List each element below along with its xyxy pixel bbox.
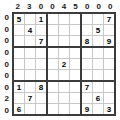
- cell-r7c4[interactable]: [48, 82, 58, 92]
- cell-r7c3[interactable]: 8: [36, 82, 46, 92]
- cell-r1c5[interactable]: [59, 14, 69, 24]
- top-clue-5: 4: [58, 0, 70, 12]
- cell-r9c7[interactable]: 9: [82, 104, 92, 114]
- left-clues-column: 0 0 0 0 0 0 0 2 0: [0, 12, 12, 116]
- cell-r4c7[interactable]: [82, 48, 92, 58]
- cell-r3c1[interactable]: [14, 36, 24, 46]
- cell-r1c8[interactable]: [93, 14, 103, 24]
- box-r1c3: 7 5 8 9: [81, 13, 115, 47]
- cell-r9c3[interactable]: [36, 104, 46, 114]
- cell-r9c8[interactable]: [93, 104, 103, 114]
- cell-r5c1[interactable]: [14, 59, 24, 69]
- top-clue-6: 5: [70, 0, 82, 12]
- puzzle-layout: 2 3 0 0 4 5 0 0 0 0 0 0 0 0 0 0 2 0 5 1: [0, 0, 120, 116]
- cell-r8c1[interactable]: [14, 93, 24, 103]
- cell-r4c9[interactable]: [104, 48, 114, 58]
- box-r3c2: [47, 81, 81, 115]
- cell-r6c5[interactable]: [59, 70, 69, 80]
- left-clue-6: 0: [0, 70, 12, 82]
- cell-r2c8[interactable]: 5: [93, 25, 103, 35]
- top-clues-row: 2 3 0 0 4 5 0 0 0: [12, 0, 116, 12]
- cell-r9c5[interactable]: [59, 104, 69, 114]
- top-clue-9: 0: [105, 0, 117, 12]
- cell-r9c4[interactable]: [48, 104, 58, 114]
- cell-r2c1[interactable]: [14, 25, 24, 35]
- cell-r6c3[interactable]: [36, 70, 46, 80]
- cell-r6c4[interactable]: [48, 70, 58, 80]
- cell-r8c4[interactable]: [48, 93, 58, 103]
- cell-r3c3[interactable]: 7: [36, 36, 46, 46]
- cell-r1c3[interactable]: 1: [36, 14, 46, 24]
- top-clue-4: 0: [47, 0, 59, 12]
- box-r2c1: [13, 47, 47, 81]
- cell-r9c2[interactable]: [25, 104, 35, 114]
- cell-r1c1[interactable]: 5: [14, 14, 24, 24]
- box-r2c3: [81, 47, 115, 81]
- cell-r5c8[interactable]: [93, 59, 103, 69]
- cell-r6c2[interactable]: [25, 70, 35, 80]
- box-r2c2: 2: [47, 47, 81, 81]
- cell-r3c6[interactable]: [70, 36, 80, 46]
- cell-r1c2[interactable]: [25, 14, 35, 24]
- left-clue-2: 0: [0, 24, 12, 36]
- cell-r4c8[interactable]: [93, 48, 103, 58]
- cell-r4c6[interactable]: [70, 48, 80, 58]
- cell-r1c7[interactable]: [82, 14, 92, 24]
- cell-r2c4[interactable]: [48, 25, 58, 35]
- left-clue-9: 0: [0, 105, 12, 117]
- cell-r8c3[interactable]: [36, 93, 46, 103]
- cell-r5c6[interactable]: [70, 59, 80, 69]
- top-clue-7: 0: [81, 0, 93, 12]
- cell-r2c5[interactable]: [59, 25, 69, 35]
- cell-r7c7[interactable]: 7: [82, 82, 92, 92]
- cell-r3c7[interactable]: 8: [82, 36, 92, 46]
- cell-r2c7[interactable]: [82, 25, 92, 35]
- cell-r4c3[interactable]: [36, 48, 46, 58]
- cell-r6c8[interactable]: [93, 70, 103, 80]
- box-r1c2: [47, 13, 81, 47]
- cell-r9c6[interactable]: [70, 104, 80, 114]
- sudoku-board: 5 1 4 7: [12, 12, 116, 116]
- cell-r2c9[interactable]: [104, 25, 114, 35]
- cell-r8c9[interactable]: [104, 93, 114, 103]
- cell-r6c7[interactable]: [82, 70, 92, 80]
- left-clue-5: 0: [0, 58, 12, 70]
- cell-r8c7[interactable]: [82, 93, 92, 103]
- cell-r3c9[interactable]: 9: [104, 36, 114, 46]
- cell-r7c6[interactable]: [70, 82, 80, 92]
- box-r3c1: 1 8 7 6: [13, 81, 47, 115]
- cell-r2c3[interactable]: [36, 25, 46, 35]
- cell-r9c9[interactable]: 3: [104, 104, 114, 114]
- left-clue-1: 0: [0, 12, 12, 24]
- cell-r3c5[interactable]: [59, 36, 69, 46]
- cell-r4c2[interactable]: [25, 48, 35, 58]
- cell-r7c2[interactable]: [25, 82, 35, 92]
- left-clue-7: 0: [0, 81, 12, 93]
- cell-r6c9[interactable]: [104, 70, 114, 80]
- cell-r3c2[interactable]: [25, 36, 35, 46]
- cell-r5c7[interactable]: [82, 59, 92, 69]
- cell-r3c8[interactable]: [93, 36, 103, 46]
- left-clue-4: 0: [0, 47, 12, 59]
- box-r1c1: 5 1 4 7: [13, 13, 47, 47]
- top-clue-2: 3: [24, 0, 36, 12]
- cell-r4c5[interactable]: [59, 48, 69, 58]
- cell-r7c9[interactable]: [104, 82, 114, 92]
- cell-r8c5[interactable]: [59, 93, 69, 103]
- cell-r9c1[interactable]: 6: [14, 104, 24, 114]
- cell-r3c4[interactable]: [48, 36, 58, 46]
- cell-r8c6[interactable]: [70, 93, 80, 103]
- cell-r2c6[interactable]: [70, 25, 80, 35]
- cell-r5c3[interactable]: [36, 59, 46, 69]
- cell-r7c8[interactable]: [93, 82, 103, 92]
- cell-r2c2[interactable]: 4: [25, 25, 35, 35]
- cell-r7c1[interactable]: 1: [14, 82, 24, 92]
- corner-spacer: [0, 0, 12, 12]
- cell-r5c9[interactable]: [104, 59, 114, 69]
- cell-r8c2[interactable]: 7: [25, 93, 35, 103]
- cell-r8c8[interactable]: 6: [93, 93, 103, 103]
- sudoku-puzzle: 2 3 0 0 4 5 0 0 0 0 0 0 0 0 0 0 2 0 5 1: [0, 0, 120, 120]
- cell-r5c4[interactable]: [48, 59, 58, 69]
- left-clue-8: 2: [0, 93, 12, 105]
- box-r3c3: 7 6 9 3: [81, 81, 115, 115]
- cell-r1c4[interactable]: [48, 14, 58, 24]
- cell-r5c5[interactable]: 2: [59, 59, 69, 69]
- cell-r7c5[interactable]: [59, 82, 69, 92]
- cell-r4c1[interactable]: [14, 48, 24, 58]
- cell-r6c1[interactable]: [14, 70, 24, 80]
- top-clue-8: 0: [93, 0, 105, 12]
- cell-r1c6[interactable]: [70, 14, 80, 24]
- cell-r5c2[interactable]: [25, 59, 35, 69]
- top-clue-3: 0: [35, 0, 47, 12]
- top-clue-1: 2: [12, 0, 24, 12]
- cell-r6c6[interactable]: [70, 70, 80, 80]
- left-clue-3: 0: [0, 35, 12, 47]
- cell-r1c9[interactable]: 7: [104, 14, 114, 24]
- cell-r4c4[interactable]: [48, 48, 58, 58]
